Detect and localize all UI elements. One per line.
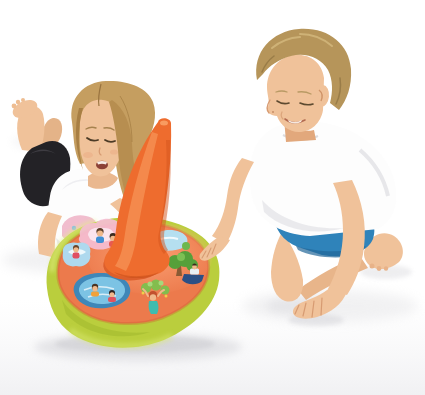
scene-canvas — [0, 0, 425, 395]
deck-art-tower — [63, 242, 91, 266]
cone-tip-gloss — [160, 121, 168, 126]
photo-children-spinning-top — [0, 0, 425, 395]
